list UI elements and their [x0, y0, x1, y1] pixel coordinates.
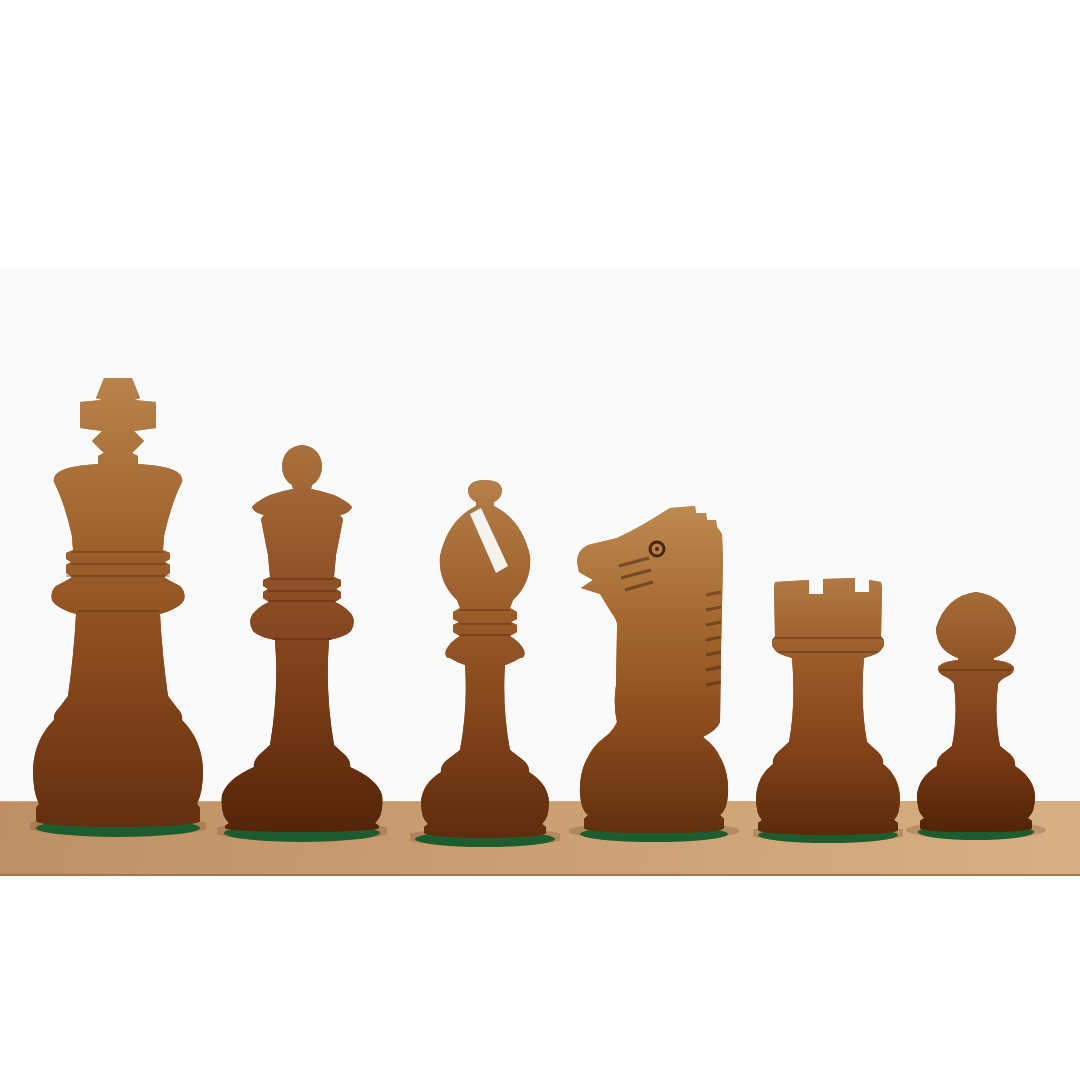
- queen-silhouette: [217, 443, 387, 843]
- piece-rook: [753, 574, 903, 846]
- knight-silhouette: [569, 500, 739, 845]
- piece-queen: [217, 443, 387, 843]
- king-silhouette: [30, 378, 206, 838]
- product-photo: [0, 0, 1080, 1080]
- piece-king: [30, 378, 206, 838]
- piece-pawn: [906, 588, 1046, 840]
- bishop-silhouette: [410, 478, 560, 850]
- piece-bishop: [410, 478, 560, 850]
- rook-silhouette: [753, 574, 903, 846]
- piece-knight: [569, 500, 739, 845]
- pawn-silhouette: [906, 588, 1046, 840]
